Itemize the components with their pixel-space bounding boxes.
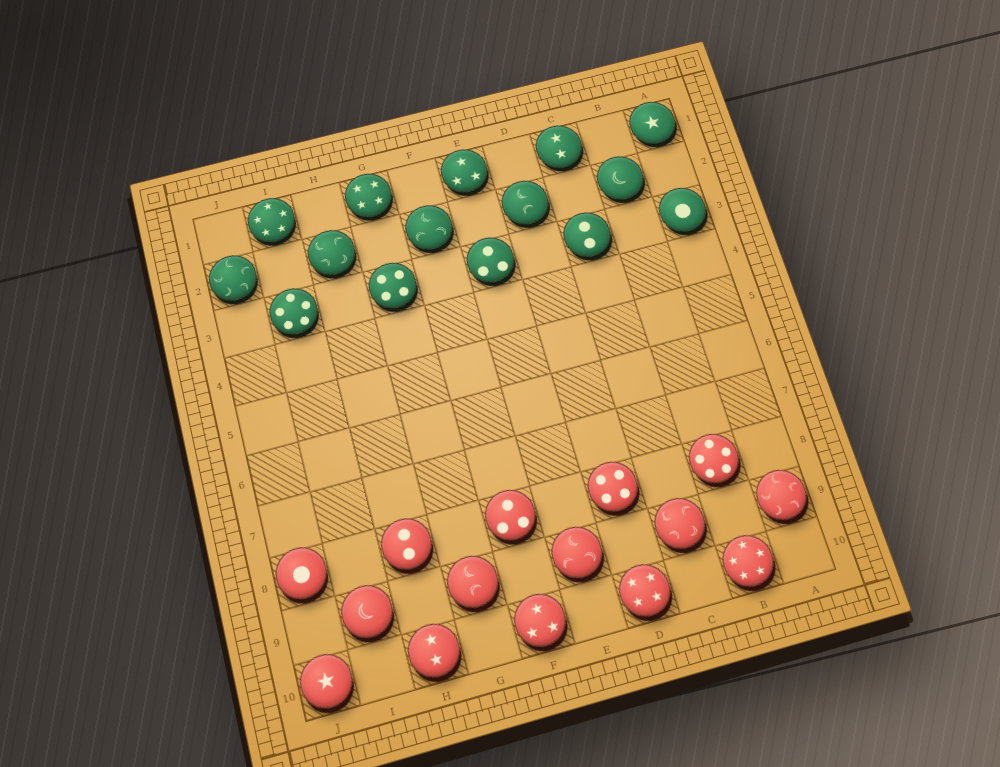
rank-label-left-10: 10 [281,690,296,705]
dot-pip-icon: ● [515,512,531,529]
file-label-top-I: I [262,186,268,196]
star-pip-icon: ★ [726,553,740,568]
moon-pip-icon: ☾ [465,580,486,601]
moon-pip-icon: ☾ [236,280,251,293]
dot-pip-icon: ● [397,284,410,298]
file-label-bottom-G: G [495,673,506,687]
file-label-bottom-I: I [389,705,396,718]
file-label-top-E: E [452,138,461,149]
dot-pip-icon: ● [719,444,732,458]
rank-label-left-5: 5 [226,429,234,441]
star-pip-icon: ★ [422,631,440,651]
moon-pip-icon: ☾ [659,508,676,525]
rank-label-right-4: 4 [731,244,740,255]
file-label-bottom-E: E [601,643,611,657]
dot-pip-icon: ● [375,272,388,286]
rank-label-left-7: 7 [249,530,258,543]
moon-pip-icon: ☾ [336,252,349,265]
piece-green-star-5[interactable]: ★★★★★ [243,193,299,247]
star-pip-icon: ★ [641,112,664,133]
file-label-top-B: B [593,102,602,113]
file-label-bottom-F: F [549,658,559,672]
moon-pip-icon: ☾ [786,497,801,512]
moon-pip-icon: ☾ [768,472,784,488]
star-pip-icon: ★ [260,227,272,239]
moon-pip-icon: ☾ [330,234,346,249]
dot-pip-icon: ● [379,289,392,303]
moon-pip-icon: ☾ [352,596,381,626]
rank-label-left-3: 3 [205,332,213,344]
star-pip-icon: ★ [262,201,274,213]
dot-pip-icon: ● [282,318,294,331]
star-pip-icon: ★ [625,575,640,591]
dot-pip-icon: ● [494,517,510,534]
star-pip-icon: ★ [372,194,385,207]
dot-pip-icon: ● [300,298,312,311]
rank-label-right-3: 3 [715,199,724,210]
rank-label-right-8: 8 [798,433,808,445]
dot-pip-icon: ● [499,495,515,512]
star-pip-icon: ★ [754,564,768,579]
rank-label-left-6: 6 [237,479,245,491]
star-pip-icon: ★ [277,207,289,219]
moon-pip-icon: ☾ [237,264,252,278]
file-label-bottom-H: H [441,688,453,702]
moon-pip-icon: ☾ [665,527,682,543]
star-pip-icon: ★ [736,538,750,552]
star-pip-icon: ★ [643,570,658,586]
piece-green-star-1[interactable]: ★ [623,97,681,148]
file-label-bottom-J: J [335,720,342,733]
star-pip-icon: ★ [427,650,445,670]
dot-pip-icon: ● [480,242,495,257]
moon-pip-icon: ☾ [677,503,694,520]
star-pip-icon: ★ [649,589,664,605]
dot-pip-icon: ● [392,268,405,282]
moon-pip-icon: ☾ [760,488,774,500]
star-pip-icon: ★ [737,569,751,584]
dot-pip-icon: ● [289,560,313,586]
table-surface: ★★★★★★★★★★★★★★★☾☾☾☾☾☾☾☾☾☾☾☾☾☾☾●●●●●●●●●●… [0,0,1000,767]
file-label-top-G: G [357,162,366,173]
star-pip-icon: ★ [252,214,264,226]
dot-pip-icon: ● [274,305,286,318]
moon-pip-icon: ☾ [564,531,583,551]
file-label-top-C: C [546,114,555,125]
file-label-bottom-B: B [758,597,769,610]
rank-label-right-6: 6 [764,336,773,348]
rank-label-left-4: 4 [215,380,223,392]
moon-pip-icon: ☾ [685,523,698,538]
dot-pip-icon: ● [617,485,631,500]
dot-pip-icon: ● [612,467,626,482]
rank-label-left-8: 8 [260,582,269,595]
file-label-top-J: J [214,199,220,209]
dot-pip-icon: ● [400,544,417,563]
rank-label-left-9: 9 [272,636,281,649]
star-pip-icon: ★ [468,168,483,183]
star-pip-icon: ★ [314,667,339,695]
star-pip-icon: ★ [454,154,469,169]
dot-pip-icon: ● [475,262,490,277]
rank-label-left-1: 1 [184,240,192,251]
file-label-top-A: A [639,90,648,100]
rank-label-right-2: 2 [699,155,708,166]
dot-pip-icon: ● [703,466,716,480]
moon-pip-icon: ☾ [221,285,233,297]
dot-pip-icon: ● [581,234,597,250]
star-pip-icon: ★ [631,594,646,610]
moon-pip-icon: ☾ [518,201,537,219]
dot-pip-icon: ● [693,451,706,465]
star-pip-icon: ★ [276,223,288,235]
rank-label-right-9: 9 [816,483,826,495]
file-label-bottom-C: C [706,612,717,625]
file-label-bottom-A: A [810,583,821,596]
rank-label-left-2: 2 [194,286,202,297]
moon-pip-icon: ☾ [432,224,450,240]
dot-pip-icon: ● [495,257,510,272]
rank-label-right-10: 10 [831,533,847,547]
moon-pip-icon: ☾ [785,479,800,495]
moon-pip-icon: ☾ [317,256,333,270]
dot-pip-icon: ● [702,437,715,451]
star-pip-icon: ★ [523,623,540,641]
star-pip-icon: ★ [351,183,364,196]
dot-pip-icon: ● [576,218,592,234]
rank-label-right-1: 1 [684,113,693,123]
star-pip-icon: ★ [544,617,561,635]
star-pip-icon: ★ [368,178,381,191]
dot-pip-icon: ● [719,461,732,475]
dot-pip-icon: ● [298,314,310,327]
dot-pip-icon: ● [671,198,694,220]
dot-pip-icon: ● [599,490,613,505]
star-pip-icon: ★ [449,173,464,188]
star-pip-icon: ★ [528,599,545,617]
board: ★★★★★★★★★★★★★★★☾☾☾☾☾☾☾☾☾☾☾☾☾☾☾●●●●●●●●●●… [129,41,912,767]
star-pip-icon: ★ [548,131,564,146]
star-pip-icon: ★ [553,146,569,162]
star-pip-icon: ★ [355,199,368,212]
rank-label-right-5: 5 [747,289,756,300]
scene: ★★★★★★★★★★★★★★★☾☾☾☾☾☾☾☾☾☾☾☾☾☾☾●●●●●●●●●●… [0,0,1000,767]
moon-pip-icon: ☾ [580,548,599,567]
moon-pip-icon: ☾ [213,272,225,283]
star-pip-icon: ★ [753,546,767,560]
rank-label-right-7: 7 [781,384,790,396]
file-label-top-H: H [309,174,319,185]
moon-pip-icon: ☾ [312,239,328,254]
moon-pip-icon: ☾ [771,503,783,516]
dot-pip-icon: ● [395,525,412,544]
file-label-top-D: D [499,126,509,137]
moon-pip-icon: ☾ [222,257,237,271]
dot-pip-icon: ● [593,472,607,487]
moon-pip-icon: ☾ [559,554,578,574]
moon-pip-icon: ☾ [417,209,435,226]
moon-pip-icon: ☾ [412,228,430,245]
moon-pip-icon: ☾ [607,165,634,190]
dot-pip-icon: ● [284,291,296,304]
file-label-top-F: F [405,150,414,161]
file-label-bottom-D: D [654,627,665,641]
